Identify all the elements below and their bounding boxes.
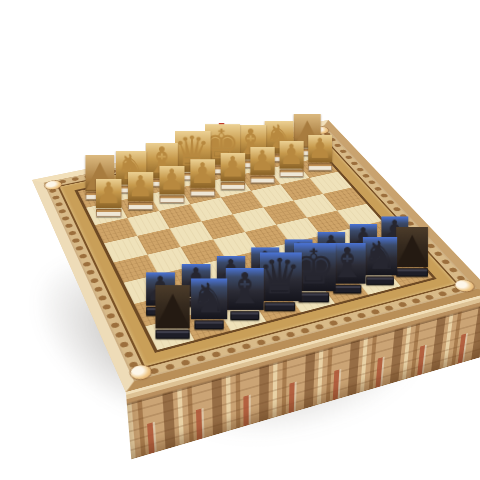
piece-black-rook: ▲ (152, 285, 193, 339)
piece-plinth (190, 189, 215, 197)
piece-white-pawn: ♟ (304, 135, 337, 171)
piece-plinth (128, 202, 153, 210)
piece-plinth (366, 276, 394, 285)
pawn-glyph: ♟ (308, 135, 333, 163)
piece-black-bishop: ♝ (225, 268, 265, 321)
piece-plinth (96, 209, 121, 217)
rook-glyph: ▲ (156, 285, 189, 328)
piece-plinth (160, 195, 185, 203)
piece-white-pawn: ♟ (186, 159, 220, 196)
perspective-stage: ▲♞♝♛♚♝♞▲♟♟♟♟♟♟♟♟♟♟♟♟♟♟♟♟▲♞♝♛♚♝♞▲ (0, 0, 480, 480)
pawn-glyph: ♟ (190, 159, 216, 188)
pawn-glyph: ♟ (96, 179, 122, 208)
piece-white-pawn: ♟ (155, 166, 190, 203)
piece-white-pawn: ♟ (123, 172, 158, 210)
piece-white-pawn: ♟ (275, 141, 308, 177)
piece-plinth (308, 163, 332, 170)
pawn-glyph: ♟ (220, 153, 245, 181)
piece-plinth (250, 176, 274, 183)
chess-board: ▲♞♝♛♚♝♞▲♟♟♟♟♟♟♟♟♟♟♟♟♟♟♟♟▲♞♝♛♚♝♞▲ (32, 120, 480, 392)
pawn-glyph: ♟ (250, 147, 275, 175)
pawn-glyph: ♟ (159, 166, 185, 195)
product-photo-scene: ▲♞♝♛♚♝♞▲♟♟♟♟♟♟♟♟♟♟♟♟♟♟♟♟▲♞♝♛♚♝♞▲ (0, 0, 480, 480)
piece-black-queen: ♛ (260, 252, 300, 311)
piece-white-pawn: ♟ (91, 179, 126, 217)
piece-white-pawn: ♟ (246, 147, 280, 183)
piece-plinth (280, 170, 304, 177)
piece-plinth (221, 182, 246, 190)
pawn-glyph: ♟ (128, 172, 154, 201)
knight-glyph: ♞ (191, 278, 227, 319)
knight-glyph: ♞ (363, 237, 398, 276)
piece-black-knight: ♞ (189, 278, 230, 329)
piece-white-pawn: ♟ (216, 153, 250, 190)
pawn-glyph: ♟ (279, 141, 304, 169)
rook-glyph: ▲ (397, 227, 428, 267)
bishop-glyph: ♝ (226, 268, 264, 310)
piece-plinth (194, 320, 223, 329)
